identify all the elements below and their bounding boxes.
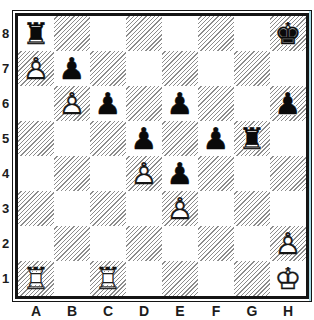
piece-black-rook-a8: ♜ [18, 16, 54, 51]
square-c6: ♟ [90, 86, 126, 121]
file-label-C: C [90, 303, 126, 319]
square-e5 [162, 121, 198, 156]
square-g5: ♜ [234, 121, 270, 156]
square-b5 [54, 121, 90, 156]
square-e3: ♟♙ [162, 191, 198, 226]
piece-black-pawn-c6: ♟ [90, 86, 126, 121]
piece-black-pawn-e4: ♟ [162, 156, 198, 191]
square-b3 [54, 191, 90, 226]
square-b6: ♟♙ [54, 86, 90, 121]
square-h4 [270, 156, 306, 191]
chess-diagram: ♜♚♟♙♟♟♙♟♟♟♟♟♜♟♙♟♟♙♟♙♜♖♜♖♚♔ 87654321 ABCD… [0, 0, 314, 320]
square-e1 [162, 261, 198, 296]
square-c4 [90, 156, 126, 191]
square-h2: ♟♙ [270, 226, 306, 261]
square-a8: ♜ [18, 16, 54, 51]
square-c7 [90, 51, 126, 86]
square-b8 [54, 16, 90, 51]
square-f1 [198, 261, 234, 296]
piece-black-pawn-e6: ♟ [162, 86, 198, 121]
square-g8 [234, 16, 270, 51]
square-h6: ♟ [270, 86, 306, 121]
square-d6 [126, 86, 162, 121]
square-e8 [162, 16, 198, 51]
square-f3 [198, 191, 234, 226]
board-frame: ♜♚♟♙♟♟♙♟♟♟♟♟♜♟♙♟♟♙♟♙♜♖♜♖♚♔ [12, 10, 312, 302]
square-d1 [126, 261, 162, 296]
rank-label-5: 5 [0, 121, 11, 156]
square-b1 [54, 261, 90, 296]
piece-white-pawn-e3: ♟♙ [162, 191, 198, 226]
square-a5 [18, 121, 54, 156]
square-c1: ♜♖ [90, 261, 126, 296]
rank-label-7: 7 [0, 51, 11, 86]
square-a2 [18, 226, 54, 261]
piece-black-pawn-d5: ♟ [126, 121, 162, 156]
square-f8 [198, 16, 234, 51]
square-c3 [90, 191, 126, 226]
square-g2 [234, 226, 270, 261]
piece-black-king-h8: ♚ [270, 16, 306, 51]
file-label-H: H [270, 303, 306, 319]
square-h5 [270, 121, 306, 156]
square-d3 [126, 191, 162, 226]
square-e2 [162, 226, 198, 261]
square-a3 [18, 191, 54, 226]
square-f6 [198, 86, 234, 121]
piece-white-rook-a1: ♜♖ [18, 261, 54, 296]
file-label-B: B [54, 303, 90, 319]
square-b4 [54, 156, 90, 191]
square-c8 [90, 16, 126, 51]
square-g6 [234, 86, 270, 121]
square-g4 [234, 156, 270, 191]
rank-label-6: 6 [0, 86, 11, 121]
square-h3 [270, 191, 306, 226]
file-label-A: A [18, 303, 54, 319]
square-d8 [126, 16, 162, 51]
piece-white-pawn-h2: ♟♙ [270, 226, 306, 261]
square-e6: ♟ [162, 86, 198, 121]
rank-label-3: 3 [0, 191, 11, 226]
rank-label-2: 2 [0, 226, 11, 261]
piece-black-pawn-h6: ♟ [270, 86, 306, 121]
square-h1: ♚♔ [270, 261, 306, 296]
square-d7 [126, 51, 162, 86]
piece-white-pawn-a7: ♟♙ [18, 51, 54, 86]
square-e7 [162, 51, 198, 86]
square-b7: ♟ [54, 51, 90, 86]
square-c2 [90, 226, 126, 261]
square-c5 [90, 121, 126, 156]
rank-label-1: 1 [0, 261, 11, 296]
square-g1 [234, 261, 270, 296]
square-a1: ♜♖ [18, 261, 54, 296]
square-g3 [234, 191, 270, 226]
piece-black-pawn-f5: ♟ [198, 121, 234, 156]
piece-white-pawn-b6: ♟♙ [54, 86, 90, 121]
square-f5: ♟ [198, 121, 234, 156]
square-f7 [198, 51, 234, 86]
square-f2 [198, 226, 234, 261]
square-g7 [234, 51, 270, 86]
rank-label-8: 8 [0, 16, 11, 51]
square-d2 [126, 226, 162, 261]
right-edge-scan-tint [309, 11, 311, 301]
square-h8: ♚ [270, 16, 306, 51]
chess-board: ♜♚♟♙♟♟♙♟♟♟♟♟♜♟♙♟♟♙♟♙♜♖♜♖♚♔ [18, 16, 306, 296]
board-border: ♜♚♟♙♟♟♙♟♟♟♟♟♜♟♙♟♟♙♟♙♜♖♜♖♚♔ [15, 13, 309, 299]
file-label-D: D [126, 303, 162, 319]
square-a7: ♟♙ [18, 51, 54, 86]
rank-label-4: 4 [0, 156, 11, 191]
piece-white-king-h1: ♚♔ [270, 261, 306, 296]
square-f4 [198, 156, 234, 191]
square-h7 [270, 51, 306, 86]
file-label-E: E [162, 303, 198, 319]
square-b2 [54, 226, 90, 261]
square-a4 [18, 156, 54, 191]
square-d5: ♟ [126, 121, 162, 156]
piece-white-pawn-d4: ♟♙ [126, 156, 162, 191]
piece-black-rook-g5: ♜ [234, 121, 270, 156]
square-d4: ♟♙ [126, 156, 162, 191]
file-label-F: F [198, 303, 234, 319]
square-a6 [18, 86, 54, 121]
piece-white-rook-c1: ♜♖ [90, 261, 126, 296]
file-label-G: G [234, 303, 270, 319]
square-e4: ♟ [162, 156, 198, 191]
piece-black-pawn-b7: ♟ [54, 51, 90, 86]
